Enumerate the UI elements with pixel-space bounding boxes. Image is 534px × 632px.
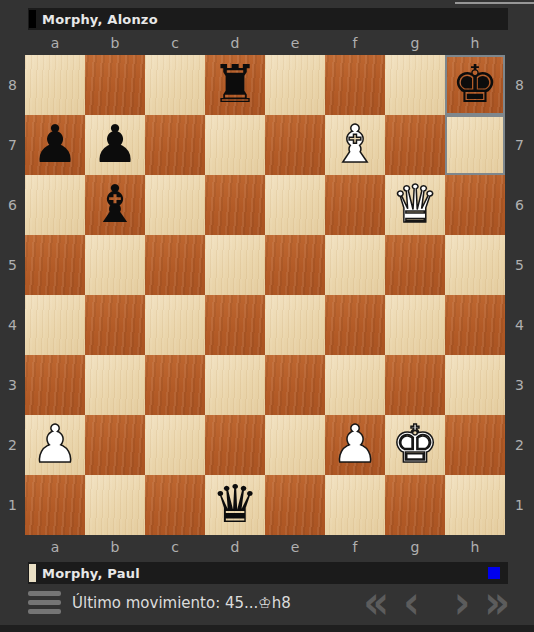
square-c6[interactable] — [145, 175, 205, 235]
square-c3[interactable] — [145, 355, 205, 415]
square-c4[interactable] — [145, 295, 205, 355]
file-label-h: h — [445, 32, 505, 55]
last-move-button[interactable]: » — [484, 574, 510, 629]
file-label-h: h — [445, 535, 505, 559]
square-b3[interactable] — [85, 355, 145, 415]
next-move-button[interactable]: › — [454, 574, 470, 629]
square-a5[interactable] — [25, 235, 85, 295]
black-color-indicator — [29, 10, 36, 28]
square-b4[interactable] — [85, 295, 145, 355]
square-h1[interactable] — [445, 475, 505, 535]
file-label-b: b — [85, 32, 145, 55]
square-f3[interactable] — [325, 355, 385, 415]
square-c8[interactable] — [145, 55, 205, 115]
black-pawn[interactable]: ♟ — [85, 115, 145, 175]
square-c2[interactable] — [145, 415, 205, 475]
top-divider-line — [455, 2, 534, 4]
move-navigation: « ‹ › » — [363, 578, 510, 626]
square-b5[interactable] — [85, 235, 145, 295]
rank-labels-right: 87654321 — [505, 55, 534, 535]
square-f7[interactable]: ♝ — [325, 115, 385, 175]
top-player-bar: Morphy, Alonzo — [28, 8, 508, 30]
square-d5[interactable] — [205, 235, 265, 295]
file-label-f: f — [325, 535, 385, 559]
white-color-indicator — [29, 564, 36, 582]
rank-label-8: 8 — [0, 55, 25, 115]
black-king[interactable]: ♚ — [445, 55, 505, 115]
square-d2[interactable] — [205, 415, 265, 475]
first-move-button[interactable]: « — [363, 574, 389, 629]
file-label-a: a — [25, 32, 85, 55]
black-rook[interactable]: ♜ — [205, 55, 265, 115]
black-queen[interactable]: ♛ — [205, 475, 265, 535]
black-pawn[interactable]: ♟ — [25, 115, 85, 175]
square-f6[interactable] — [325, 175, 385, 235]
square-h7[interactable] — [445, 115, 505, 175]
square-a3[interactable] — [25, 355, 85, 415]
bottom-player-name: Morphy, Paul — [42, 566, 140, 581]
square-d4[interactable] — [205, 295, 265, 355]
square-g5[interactable] — [385, 235, 445, 295]
square-e3[interactable] — [265, 355, 325, 415]
file-label-a: a — [25, 535, 85, 559]
square-e4[interactable] — [265, 295, 325, 355]
square-g2[interactable]: ♚ — [385, 415, 445, 475]
file-label-e: e — [265, 535, 325, 559]
rank-label-3: 3 — [505, 355, 534, 415]
square-b6[interactable]: ♝ — [85, 175, 145, 235]
square-g1[interactable] — [385, 475, 445, 535]
square-e6[interactable] — [265, 175, 325, 235]
file-label-d: d — [205, 535, 265, 559]
square-e1[interactable] — [265, 475, 325, 535]
white-king[interactable]: ♚ — [385, 415, 445, 475]
square-a6[interactable] — [25, 175, 85, 235]
square-e8[interactable] — [265, 55, 325, 115]
rank-label-2: 2 — [0, 415, 25, 475]
black-bishop[interactable]: ♝ — [85, 175, 145, 235]
menu-hamburger-icon[interactable] — [28, 591, 61, 615]
square-b2[interactable] — [85, 415, 145, 475]
rank-label-4: 4 — [505, 295, 534, 355]
square-h8[interactable]: ♚ — [445, 55, 505, 115]
top-player-name: Morphy, Alonzo — [42, 12, 158, 27]
rank-label-5: 5 — [0, 235, 25, 295]
white-bishop[interactable]: ♝ — [325, 115, 385, 175]
square-b7[interactable]: ♟ — [85, 115, 145, 175]
rank-label-6: 6 — [0, 175, 25, 235]
square-e7[interactable] — [265, 115, 325, 175]
square-b1[interactable] — [85, 475, 145, 535]
square-f4[interactable] — [325, 295, 385, 355]
square-h4[interactable] — [445, 295, 505, 355]
square-a7[interactable]: ♟ — [25, 115, 85, 175]
rank-label-7: 7 — [0, 115, 25, 175]
white-queen[interactable]: ♛ — [385, 175, 445, 235]
square-d6[interactable] — [205, 175, 265, 235]
file-label-f: f — [325, 32, 385, 55]
square-a1[interactable] — [25, 475, 85, 535]
rank-labels-left: 87654321 — [0, 55, 25, 535]
square-d3[interactable] — [205, 355, 265, 415]
file-label-c: c — [145, 32, 205, 55]
square-g6[interactable]: ♛ — [385, 175, 445, 235]
rank-label-5: 5 — [505, 235, 534, 295]
square-d8[interactable]: ♜ — [205, 55, 265, 115]
square-c5[interactable] — [145, 235, 205, 295]
square-h6[interactable] — [445, 175, 505, 235]
square-e5[interactable] — [265, 235, 325, 295]
file-label-g: g — [385, 32, 445, 55]
square-f2[interactable]: ♟ — [325, 415, 385, 475]
file-label-e: e — [265, 32, 325, 55]
square-d1[interactable]: ♛ — [205, 475, 265, 535]
square-a8[interactable] — [25, 55, 85, 115]
square-h2[interactable] — [445, 415, 505, 475]
square-h3[interactable] — [445, 355, 505, 415]
rank-label-1: 1 — [505, 475, 534, 535]
square-d7[interactable] — [205, 115, 265, 175]
square-b8[interactable] — [85, 55, 145, 115]
rank-label-1: 1 — [0, 475, 25, 535]
square-h5[interactable] — [445, 235, 505, 295]
rank-label-3: 3 — [0, 355, 25, 415]
previous-move-button[interactable]: ‹ — [403, 574, 419, 629]
rank-label-2: 2 — [505, 415, 534, 475]
square-f1[interactable] — [325, 475, 385, 535]
file-label-c: c — [145, 535, 205, 559]
file-label-b: b — [85, 535, 145, 559]
square-g8[interactable] — [385, 55, 445, 115]
square-g4[interactable] — [385, 295, 445, 355]
last-move-text: Último movimiento: 45...♔h8 — [72, 584, 291, 622]
square-f5[interactable] — [325, 235, 385, 295]
file-labels-top: abcdefgh — [25, 32, 505, 55]
file-labels-bottom: abcdefgh — [25, 535, 505, 559]
rank-label-4: 4 — [0, 295, 25, 355]
square-e2[interactable] — [265, 415, 325, 475]
file-label-d: d — [205, 32, 265, 55]
square-a2[interactable]: ♟ — [25, 415, 85, 475]
square-c1[interactable] — [145, 475, 205, 535]
chess-board[interactable]: ♜♚♟♟♝♝♛♟♟♚♛ — [25, 55, 505, 535]
rank-label-8: 8 — [505, 55, 534, 115]
file-label-g: g — [385, 535, 445, 559]
white-pawn[interactable]: ♟ — [25, 415, 85, 475]
rank-label-7: 7 — [505, 115, 534, 175]
square-c7[interactable] — [145, 115, 205, 175]
square-g3[interactable] — [385, 355, 445, 415]
white-pawn[interactable]: ♟ — [325, 415, 385, 475]
square-g7[interactable] — [385, 115, 445, 175]
square-a4[interactable] — [25, 295, 85, 355]
rank-label-6: 6 — [505, 175, 534, 235]
square-f8[interactable] — [325, 55, 385, 115]
bottom-toolbar: Último movimiento: 45...♔h8 « ‹ › » — [0, 584, 534, 632]
